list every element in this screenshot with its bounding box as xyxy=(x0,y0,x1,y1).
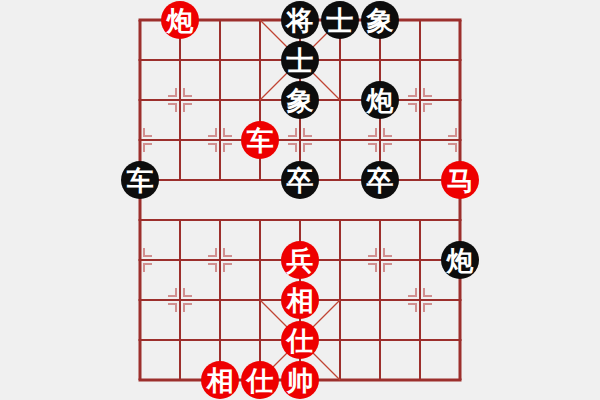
piece-black-elephant[interactable]: 象 xyxy=(281,81,319,119)
piece-glyph: 相 xyxy=(207,367,234,394)
piece-red-elephant[interactable]: 相 xyxy=(201,361,239,399)
piece-glyph: 炮 xyxy=(167,7,194,34)
piece-glyph: 将 xyxy=(287,7,314,34)
piece-glyph: 车 xyxy=(247,127,274,154)
piece-red-advisor[interactable]: 仕 xyxy=(281,321,319,359)
piece-glyph: 炮 xyxy=(447,247,474,274)
piece-glyph: 炮 xyxy=(367,87,394,114)
piece-black-elephant[interactable]: 象 xyxy=(361,1,399,39)
piece-black-soldier[interactable]: 卒 xyxy=(281,161,319,199)
piece-glyph: 相 xyxy=(287,287,314,314)
piece-black-cannon[interactable]: 炮 xyxy=(361,81,399,119)
piece-glyph: 马 xyxy=(447,167,474,194)
piece-black-chariot[interactable]: 车 xyxy=(121,161,159,199)
xiangqi-board: 炮车马兵相仕相仕帅将士象士象炮车卒卒炮 xyxy=(0,0,600,400)
piece-glyph: 卒 xyxy=(287,167,314,194)
piece-black-soldier[interactable]: 卒 xyxy=(361,161,399,199)
piece-black-advisor[interactable]: 士 xyxy=(281,41,319,79)
piece-glyph: 象 xyxy=(367,7,394,34)
piece-glyph: 象 xyxy=(287,87,314,114)
piece-glyph: 车 xyxy=(127,167,154,194)
piece-red-soldier[interactable]: 兵 xyxy=(281,241,319,279)
piece-black-general[interactable]: 将 xyxy=(281,1,319,39)
piece-red-horse[interactable]: 马 xyxy=(441,161,479,199)
piece-red-elephant[interactable]: 相 xyxy=(281,281,319,319)
piece-glyph: 卒 xyxy=(367,167,394,194)
piece-glyph: 仕 xyxy=(247,367,274,394)
piece-glyph: 士 xyxy=(327,7,354,34)
piece-black-advisor[interactable]: 士 xyxy=(321,1,359,39)
piece-glyph: 兵 xyxy=(287,247,314,274)
piece-red-advisor[interactable]: 仕 xyxy=(241,361,279,399)
piece-red-general[interactable]: 帅 xyxy=(281,361,319,399)
piece-black-cannon[interactable]: 炮 xyxy=(441,241,479,279)
screenshot-root: { "game": "xiangqi", "board_label": "Chi… xyxy=(0,0,600,400)
piece-red-cannon[interactable]: 炮 xyxy=(161,1,199,39)
pieces-grid: 炮车马兵相仕相仕帅将士象士象炮车卒卒炮 xyxy=(120,0,480,400)
piece-glyph: 帅 xyxy=(287,367,314,394)
piece-glyph: 士 xyxy=(287,47,314,74)
piece-red-chariot[interactable]: 车 xyxy=(241,121,279,159)
piece-glyph: 仕 xyxy=(287,327,314,354)
